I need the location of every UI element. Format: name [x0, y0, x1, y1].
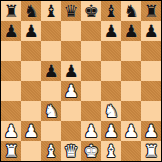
piece-white-king[interactable]: ♚ [81, 141, 101, 161]
piece-black-queen[interactable]: ♛ [61, 1, 81, 21]
piece-black-knight[interactable]: ♞ [121, 1, 141, 21]
piece-black-pawn[interactable]: ♟ [41, 61, 61, 81]
square-d6[interactable] [61, 41, 81, 61]
piece-black-rook[interactable]: ♜ [141, 1, 161, 21]
square-e3[interactable] [81, 101, 101, 121]
square-c1[interactable]: ♝ [41, 141, 61, 161]
piece-white-pawn[interactable]: ♟ [121, 121, 141, 141]
square-f3[interactable]: ♞ [101, 101, 121, 121]
piece-white-bishop[interactable]: ♝ [41, 141, 61, 161]
square-d5[interactable]: ♟ [61, 61, 81, 81]
square-f6[interactable] [101, 41, 121, 61]
square-d4[interactable]: ♟ [61, 81, 81, 101]
piece-white-bishop[interactable]: ♝ [101, 141, 121, 161]
square-c2[interactable] [41, 121, 61, 141]
square-f2[interactable]: ♟ [101, 121, 121, 141]
square-g3[interactable] [121, 101, 141, 121]
square-e6[interactable] [81, 41, 101, 61]
piece-black-pawn[interactable]: ♟ [61, 61, 81, 81]
square-d3[interactable] [61, 101, 81, 121]
piece-black-pawn[interactable]: ♟ [21, 21, 41, 41]
piece-black-pawn[interactable]: ♟ [1, 21, 21, 41]
square-a1[interactable]: ♜ [1, 141, 21, 161]
square-h6[interactable] [141, 41, 161, 61]
piece-black-pawn[interactable]: ♟ [101, 21, 121, 41]
square-h3[interactable] [141, 101, 161, 121]
square-f5[interactable] [101, 61, 121, 81]
square-f7[interactable]: ♟ [101, 21, 121, 41]
square-b1[interactable] [21, 141, 41, 161]
square-d8[interactable]: ♛ [61, 1, 81, 21]
square-g2[interactable]: ♟ [121, 121, 141, 141]
square-h5[interactable] [141, 61, 161, 81]
chess-board-frame: ♜♞♝♛♚♝♞♜♟♟♟♟♟♟♟♟♞♞♟♟♟♟♟♟♜♝♛♚♝♜ [0, 0, 162, 162]
square-a4[interactable] [1, 81, 21, 101]
square-e4[interactable] [81, 81, 101, 101]
piece-black-king[interactable]: ♚ [81, 1, 101, 21]
square-e8[interactable]: ♚ [81, 1, 101, 21]
square-h2[interactable]: ♟ [141, 121, 161, 141]
piece-white-pawn[interactable]: ♟ [61, 81, 81, 101]
square-g7[interactable]: ♟ [121, 21, 141, 41]
square-f8[interactable]: ♝ [101, 1, 121, 21]
square-b2[interactable]: ♟ [21, 121, 41, 141]
piece-white-knight[interactable]: ♞ [41, 101, 61, 121]
square-b7[interactable]: ♟ [21, 21, 41, 41]
square-h8[interactable]: ♜ [141, 1, 161, 21]
square-a8[interactable]: ♜ [1, 1, 21, 21]
square-b8[interactable]: ♞ [21, 1, 41, 21]
square-a7[interactable]: ♟ [1, 21, 21, 41]
square-e2[interactable]: ♟ [81, 121, 101, 141]
square-c5[interactable]: ♟ [41, 61, 61, 81]
piece-black-bishop[interactable]: ♝ [41, 1, 61, 21]
square-c3[interactable]: ♞ [41, 101, 61, 121]
square-e1[interactable]: ♚ [81, 141, 101, 161]
square-h1[interactable]: ♜ [141, 141, 161, 161]
piece-white-queen[interactable]: ♛ [61, 141, 81, 161]
square-a2[interactable]: ♟ [1, 121, 21, 141]
piece-black-pawn[interactable]: ♟ [121, 21, 141, 41]
piece-black-pawn[interactable]: ♟ [141, 21, 161, 41]
piece-white-rook[interactable]: ♜ [1, 141, 21, 161]
square-g8[interactable]: ♞ [121, 1, 141, 21]
piece-white-knight[interactable]: ♞ [101, 101, 121, 121]
square-d7[interactable] [61, 21, 81, 41]
piece-white-rook[interactable]: ♜ [141, 141, 161, 161]
square-f1[interactable]: ♝ [101, 141, 121, 161]
square-g4[interactable] [121, 81, 141, 101]
piece-black-bishop[interactable]: ♝ [101, 1, 121, 21]
square-h4[interactable] [141, 81, 161, 101]
square-c6[interactable] [41, 41, 61, 61]
square-b4[interactable] [21, 81, 41, 101]
square-a5[interactable] [1, 61, 21, 81]
piece-white-pawn[interactable]: ♟ [81, 121, 101, 141]
piece-white-pawn[interactable]: ♟ [21, 121, 41, 141]
square-h7[interactable]: ♟ [141, 21, 161, 41]
square-a3[interactable] [1, 101, 21, 121]
chess-board: ♜♞♝♛♚♝♞♜♟♟♟♟♟♟♟♟♞♞♟♟♟♟♟♟♜♝♛♚♝♜ [1, 1, 161, 161]
piece-black-knight[interactable]: ♞ [21, 1, 41, 21]
square-f4[interactable] [101, 81, 121, 101]
piece-white-pawn[interactable]: ♟ [101, 121, 121, 141]
piece-white-pawn[interactable]: ♟ [1, 121, 21, 141]
square-b3[interactable] [21, 101, 41, 121]
square-a6[interactable] [1, 41, 21, 61]
piece-black-rook[interactable]: ♜ [1, 1, 21, 21]
square-e7[interactable] [81, 21, 101, 41]
square-g1[interactable] [121, 141, 141, 161]
square-c4[interactable] [41, 81, 61, 101]
piece-white-pawn[interactable]: ♟ [141, 121, 161, 141]
square-c8[interactable]: ♝ [41, 1, 61, 21]
square-c7[interactable] [41, 21, 61, 41]
square-g5[interactable] [121, 61, 141, 81]
square-d1[interactable]: ♛ [61, 141, 81, 161]
square-e5[interactable] [81, 61, 101, 81]
square-b6[interactable] [21, 41, 41, 61]
square-g6[interactable] [121, 41, 141, 61]
square-b5[interactable] [21, 61, 41, 81]
square-d2[interactable] [61, 121, 81, 141]
